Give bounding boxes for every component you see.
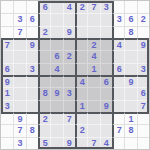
cell-r8c11[interactable] bbox=[124, 87, 136, 99]
cell-r6c4[interactable] bbox=[38, 63, 50, 75]
cell-r3c3[interactable] bbox=[26, 26, 38, 38]
cell-r12c12[interactable] bbox=[137, 137, 149, 149]
cell-r9c7[interactable]: 1 bbox=[75, 100, 87, 112]
cell-r6c2[interactable] bbox=[13, 63, 25, 75]
cell-r12c11[interactable] bbox=[124, 137, 136, 149]
cell-r8c7[interactable] bbox=[75, 87, 87, 99]
cell-r1c12[interactable] bbox=[137, 1, 149, 13]
cell-r11c2[interactable]: 7 bbox=[13, 124, 25, 136]
cell-r3c2[interactable]: 7 bbox=[13, 26, 25, 38]
cell-r6c8[interactable]: 1 bbox=[87, 63, 99, 75]
cell-r10c6[interactable]: 7 bbox=[63, 112, 75, 124]
cell-r3c11[interactable]: 8 bbox=[124, 26, 136, 38]
cell-r2c5[interactable] bbox=[50, 13, 62, 25]
cell-r2c11[interactable]: 6 bbox=[124, 13, 136, 25]
cell-r5c11[interactable] bbox=[124, 50, 136, 62]
cell-r8c3[interactable] bbox=[26, 87, 38, 99]
cell-r2c10[interactable]: 3 bbox=[112, 13, 124, 25]
cell-r6c5[interactable]: 4 bbox=[50, 63, 62, 75]
cell-r11c3[interactable]: 8 bbox=[26, 124, 38, 136]
cell-r3c12[interactable] bbox=[137, 26, 149, 38]
cell-r12c10[interactable] bbox=[112, 137, 124, 149]
cell-r9c4[interactable] bbox=[38, 100, 50, 112]
grid-boundary-left bbox=[1, 38, 3, 112]
cell-r5c7[interactable] bbox=[75, 50, 87, 62]
cell-r10c7[interactable] bbox=[75, 112, 87, 124]
cell-r8c5[interactable]: 9 bbox=[50, 87, 62, 99]
cell-r2c8[interactable] bbox=[87, 13, 99, 25]
cell-r7c11[interactable]: 9 bbox=[124, 75, 136, 87]
cell-r5c8[interactable]: 4 bbox=[87, 50, 99, 62]
cell-r1c11[interactable] bbox=[124, 1, 136, 13]
cell-r10c8[interactable] bbox=[87, 112, 99, 124]
grid-boundary-top bbox=[38, 1, 112, 3]
cell-r9c10[interactable] bbox=[112, 100, 124, 112]
cell-r10c4[interactable]: 2 bbox=[38, 112, 50, 124]
cell-r10c9[interactable] bbox=[100, 112, 112, 124]
cell-r12c2[interactable]: 3 bbox=[13, 137, 25, 149]
cell-r11c5[interactable] bbox=[50, 124, 62, 136]
cell-r1c10[interactable] bbox=[112, 1, 124, 13]
cell-r4c6[interactable] bbox=[63, 38, 75, 50]
cell-r2c9[interactable] bbox=[100, 13, 112, 25]
cell-r4c5[interactable] bbox=[50, 38, 62, 50]
cell-r11c10[interactable]: 7 bbox=[112, 124, 124, 136]
cell-r11c4[interactable] bbox=[38, 124, 50, 136]
cell-r10c3[interactable] bbox=[26, 112, 38, 124]
cell-r11c8[interactable] bbox=[87, 124, 99, 136]
cell-r1c1[interactable] bbox=[1, 1, 13, 13]
cell-r4c4[interactable] bbox=[38, 38, 50, 50]
cell-r3c9[interactable] bbox=[100, 26, 112, 38]
cell-r7c10[interactable] bbox=[112, 75, 124, 87]
cell-r1c3[interactable] bbox=[26, 1, 38, 13]
cell-r5c3[interactable] bbox=[26, 50, 38, 62]
sudoku-board: 6427336362729879249624634163946918936319… bbox=[0, 0, 150, 150]
cell-r6c11[interactable] bbox=[124, 63, 136, 75]
cell-r11c7[interactable]: 2 bbox=[75, 124, 87, 136]
cell-r10c5[interactable] bbox=[50, 112, 62, 124]
cell-r5c10[interactable] bbox=[112, 50, 124, 62]
cell-r10c12[interactable] bbox=[137, 112, 149, 124]
cell-r3c6[interactable]: 9 bbox=[63, 26, 75, 38]
cell-r4c3[interactable]: 9 bbox=[26, 38, 38, 50]
cell-r3c5[interactable] bbox=[50, 26, 62, 38]
cell-r2c12[interactable]: 2 bbox=[137, 13, 149, 25]
cell-r3c7[interactable] bbox=[75, 26, 87, 38]
cell-r5c6[interactable]: 2 bbox=[63, 50, 75, 62]
cell-r9c8[interactable] bbox=[87, 100, 99, 112]
cell-r6c3[interactable]: 3 bbox=[26, 63, 38, 75]
cell-r8c4[interactable]: 8 bbox=[38, 87, 50, 99]
cell-r6c9[interactable] bbox=[100, 63, 112, 75]
cell-r6c6[interactable] bbox=[63, 63, 75, 75]
grid-boundary-bottom bbox=[38, 147, 112, 149]
cell-r4c10[interactable]: 4 bbox=[112, 38, 124, 50]
grid-boundary-right bbox=[147, 38, 149, 112]
cell-r11c6[interactable] bbox=[63, 124, 75, 136]
cell-r7c7[interactable]: 4 bbox=[75, 75, 87, 87]
cell-r7c4[interactable] bbox=[38, 75, 50, 87]
cell-r2c2[interactable]: 3 bbox=[13, 13, 25, 25]
cell-r12c3[interactable] bbox=[26, 137, 38, 149]
cell-r11c11[interactable]: 8 bbox=[124, 124, 136, 136]
cell-r7c9[interactable]: 6 bbox=[100, 75, 112, 87]
cell-r5c5[interactable]: 6 bbox=[50, 50, 62, 62]
cell-r8c10[interactable] bbox=[112, 87, 124, 99]
cell-r9c11[interactable] bbox=[124, 100, 136, 112]
cell-r9c2[interactable] bbox=[13, 100, 25, 112]
cell-r4c7[interactable] bbox=[75, 38, 87, 50]
cell-r1c2[interactable] bbox=[13, 1, 25, 13]
cell-r8c2[interactable] bbox=[13, 87, 25, 99]
cell-r2c1[interactable] bbox=[1, 13, 13, 25]
cell-r8c8[interactable] bbox=[87, 87, 99, 99]
cell-r11c12[interactable] bbox=[137, 124, 149, 136]
cell-r7c5[interactable] bbox=[50, 75, 62, 87]
cell-r7c2[interactable] bbox=[13, 75, 25, 87]
cell-r11c9[interactable] bbox=[100, 124, 112, 136]
cell-r7c3[interactable] bbox=[26, 75, 38, 87]
cell-r10c11[interactable]: 1 bbox=[124, 112, 136, 124]
cell-r2c4[interactable] bbox=[38, 13, 50, 25]
cell-r6c7[interactable] bbox=[75, 63, 87, 75]
cell-r2c3[interactable]: 6 bbox=[26, 13, 38, 25]
cell-r2c6[interactable] bbox=[63, 13, 75, 25]
cell-r2c7[interactable] bbox=[75, 13, 87, 25]
cell-r8c6[interactable]: 3 bbox=[63, 87, 75, 99]
cell-r5c4[interactable] bbox=[38, 50, 50, 62]
cell-r3c10[interactable] bbox=[112, 26, 124, 38]
cell-r4c8[interactable]: 2 bbox=[87, 38, 99, 50]
cell-r5c2[interactable] bbox=[13, 50, 25, 62]
cell-r8c9[interactable] bbox=[100, 87, 112, 99]
cell-r10c1[interactable] bbox=[1, 112, 13, 124]
cell-r10c10[interactable] bbox=[112, 112, 124, 124]
cell-r9c5[interactable] bbox=[50, 100, 62, 112]
cell-r11c1[interactable] bbox=[1, 124, 13, 136]
cell-r3c1[interactable] bbox=[1, 26, 13, 38]
cell-r10c2[interactable]: 9 bbox=[13, 112, 25, 124]
cell-r4c2[interactable] bbox=[13, 38, 25, 50]
cell-r9c9[interactable]: 9 bbox=[100, 100, 112, 112]
cell-r12c1[interactable] bbox=[1, 137, 13, 149]
cell-r3c8[interactable] bbox=[87, 26, 99, 38]
cell-r6c10[interactable]: 6 bbox=[112, 63, 124, 75]
cell-r5c9[interactable] bbox=[100, 50, 112, 62]
cell-r4c9[interactable] bbox=[100, 38, 112, 50]
cell-r7c6[interactable] bbox=[63, 75, 75, 87]
cell-r4c11[interactable] bbox=[124, 38, 136, 50]
cell-r9c3[interactable] bbox=[26, 100, 38, 112]
cell-r7c8[interactable] bbox=[87, 75, 99, 87]
cell-r3c4[interactable]: 2 bbox=[38, 26, 50, 38]
cell-r9c6[interactable] bbox=[63, 100, 75, 112]
